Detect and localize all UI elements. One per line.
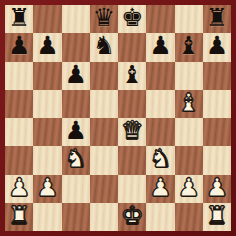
square-c7[interactable]	[62, 33, 90, 61]
black-pawn: ♟	[64, 62, 86, 89]
square-h6[interactable]	[203, 62, 231, 90]
square-e7[interactable]	[118, 33, 146, 61]
white-pawn: ♟	[8, 175, 30, 202]
white-pawn: ♟	[206, 175, 228, 202]
square-d4[interactable]	[90, 118, 118, 146]
square-g3[interactable]	[175, 146, 203, 174]
square-e6[interactable]: ♝	[118, 62, 146, 90]
square-b5[interactable]	[33, 90, 61, 118]
square-d1[interactable]	[90, 203, 118, 231]
white-pawn: ♟	[36, 175, 58, 202]
square-h3[interactable]	[203, 146, 231, 174]
square-e1[interactable]: ♚	[118, 203, 146, 231]
square-f3[interactable]: ♞	[146, 146, 174, 174]
square-a7[interactable]: ♟	[5, 33, 33, 61]
black-king: ♚	[121, 5, 143, 32]
square-b8[interactable]	[33, 5, 61, 33]
black-pawn: ♟	[64, 118, 86, 145]
square-b1[interactable]	[33, 203, 61, 231]
square-e5[interactable]	[118, 90, 146, 118]
square-d3[interactable]	[90, 146, 118, 174]
white-bishop: ♝	[177, 90, 199, 117]
square-a8[interactable]: ♜	[5, 5, 33, 33]
square-f1[interactable]	[146, 203, 174, 231]
square-c1[interactable]	[62, 203, 90, 231]
black-pawn: ♟	[36, 33, 58, 60]
square-e8[interactable]: ♚	[118, 5, 146, 33]
square-h5[interactable]	[203, 90, 231, 118]
white-pawn: ♟	[149, 175, 171, 202]
chess-board: ♜♛♚♜♟♟♞♟♝♟♟♝♝♟♛♞♞♟♟♟♟♟♜♚♜	[5, 5, 231, 231]
square-d5[interactable]	[90, 90, 118, 118]
square-f6[interactable]	[146, 62, 174, 90]
black-rook: ♜	[206, 5, 228, 32]
square-g5[interactable]: ♝	[175, 90, 203, 118]
square-h8[interactable]: ♜	[203, 5, 231, 33]
square-d6[interactable]	[90, 62, 118, 90]
square-h4[interactable]	[203, 118, 231, 146]
black-bishop: ♝	[121, 62, 143, 89]
white-rook: ♜	[8, 203, 30, 230]
square-g6[interactable]	[175, 62, 203, 90]
white-king: ♚	[121, 203, 143, 230]
square-a2[interactable]: ♟	[5, 175, 33, 203]
square-d8[interactable]: ♛	[90, 5, 118, 33]
square-h1[interactable]: ♜	[203, 203, 231, 231]
square-a3[interactable]	[5, 146, 33, 174]
black-knight: ♞	[93, 33, 115, 60]
square-b2[interactable]: ♟	[33, 175, 61, 203]
white-queen: ♛	[121, 118, 143, 145]
square-f7[interactable]: ♟	[146, 33, 174, 61]
black-bishop: ♝	[177, 33, 199, 60]
square-c8[interactable]	[62, 5, 90, 33]
square-a6[interactable]	[5, 62, 33, 90]
square-h2[interactable]: ♟	[203, 175, 231, 203]
square-f5[interactable]	[146, 90, 174, 118]
square-b6[interactable]	[33, 62, 61, 90]
square-c5[interactable]	[62, 90, 90, 118]
white-rook: ♜	[206, 203, 228, 230]
square-d2[interactable]	[90, 175, 118, 203]
square-f8[interactable]	[146, 5, 174, 33]
square-b7[interactable]: ♟	[33, 33, 61, 61]
square-a4[interactable]	[5, 118, 33, 146]
square-g8[interactable]	[175, 5, 203, 33]
square-c4[interactable]: ♟	[62, 118, 90, 146]
board-frame: ♜♛♚♜♟♟♞♟♝♟♟♝♝♟♛♞♞♟♟♟♟♟♜♚♜	[0, 0, 236, 236]
square-d7[interactable]: ♞	[90, 33, 118, 61]
square-e3[interactable]	[118, 146, 146, 174]
square-g4[interactable]	[175, 118, 203, 146]
white-knight: ♞	[149, 146, 171, 173]
black-pawn: ♟	[8, 33, 30, 60]
black-pawn: ♟	[149, 33, 171, 60]
white-pawn: ♟	[177, 175, 199, 202]
black-queen: ♛	[93, 5, 115, 32]
square-g2[interactable]: ♟	[175, 175, 203, 203]
square-c2[interactable]	[62, 175, 90, 203]
square-c3[interactable]: ♞	[62, 146, 90, 174]
square-g7[interactable]: ♝	[175, 33, 203, 61]
square-b4[interactable]	[33, 118, 61, 146]
black-pawn: ♟	[206, 33, 228, 60]
square-e4[interactable]: ♛	[118, 118, 146, 146]
square-f2[interactable]: ♟	[146, 175, 174, 203]
square-c6[interactable]: ♟	[62, 62, 90, 90]
square-e2[interactable]	[118, 175, 146, 203]
square-h7[interactable]: ♟	[203, 33, 231, 61]
square-a1[interactable]: ♜	[5, 203, 33, 231]
square-b3[interactable]	[33, 146, 61, 174]
square-a5[interactable]	[5, 90, 33, 118]
black-rook: ♜	[8, 5, 30, 32]
white-knight: ♞	[64, 146, 86, 173]
square-f4[interactable]	[146, 118, 174, 146]
square-g1[interactable]	[175, 203, 203, 231]
